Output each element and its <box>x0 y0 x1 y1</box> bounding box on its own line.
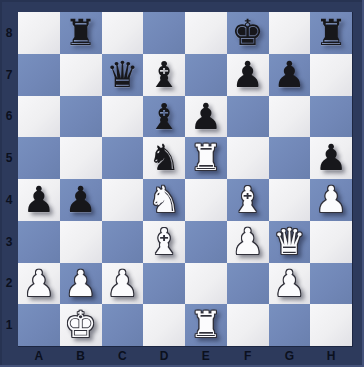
square-g3[interactable]: ♛ <box>269 221 311 263</box>
black-pawn-h5[interactable]: ♟ <box>315 137 347 179</box>
file-label-h: H <box>310 347 352 365</box>
square-e7[interactable] <box>185 54 227 96</box>
black-bishop-d6[interactable]: ♝ <box>148 96 180 138</box>
white-queen-g3[interactable]: ♛ <box>273 221 305 263</box>
square-a3[interactable] <box>18 221 60 263</box>
square-g6[interactable] <box>269 96 311 138</box>
square-h5[interactable]: ♟ <box>310 137 352 179</box>
square-b4[interactable]: ♟ <box>60 179 102 221</box>
square-f3[interactable]: ♟ <box>227 221 269 263</box>
square-c7[interactable]: ♛ <box>102 54 144 96</box>
white-bishop-f4[interactable]: ♝ <box>231 179 263 221</box>
file-label-g: G <box>269 347 311 365</box>
rank-label-6: 6 <box>0 96 18 138</box>
white-pawn-a2[interactable]: ♟ <box>23 263 55 305</box>
black-pawn-g7[interactable]: ♟ <box>273 54 305 96</box>
square-c5[interactable] <box>102 137 144 179</box>
square-a4[interactable]: ♟ <box>18 179 60 221</box>
square-b8[interactable]: ♜ <box>60 12 102 54</box>
white-king-b1[interactable]: ♚ <box>64 304 96 346</box>
square-h7[interactable] <box>310 54 352 96</box>
square-b3[interactable] <box>60 221 102 263</box>
square-d8[interactable] <box>143 12 185 54</box>
square-g1[interactable] <box>269 304 311 346</box>
white-rook-e1[interactable]: ♜ <box>190 304 222 346</box>
file-label-d: D <box>143 347 185 365</box>
square-c3[interactable] <box>102 221 144 263</box>
rank-label-8: 8 <box>0 12 18 54</box>
square-h8[interactable]: ♜ <box>310 12 352 54</box>
square-h2[interactable] <box>310 263 352 305</box>
square-f7[interactable]: ♟ <box>227 54 269 96</box>
rank-label-7: 7 <box>0 54 18 96</box>
black-pawn-b4[interactable]: ♟ <box>64 179 96 221</box>
square-c4[interactable] <box>102 179 144 221</box>
square-a2[interactable]: ♟ <box>18 263 60 305</box>
square-f5[interactable] <box>227 137 269 179</box>
black-pawn-f7[interactable]: ♟ <box>231 54 263 96</box>
square-c8[interactable] <box>102 12 144 54</box>
square-b1[interactable]: ♚ <box>60 304 102 346</box>
square-d3[interactable]: ♝ <box>143 221 185 263</box>
rank-label-1: 1 <box>0 304 18 346</box>
square-a5[interactable] <box>18 137 60 179</box>
square-b6[interactable] <box>60 96 102 138</box>
file-label-b: B <box>60 347 102 365</box>
chess-diagram: ♜♚♜♛♝♟♟♝♟♞♜♟♟♟♞♝♟♝♟♛♟♟♟♟♚♜ 87654321 ABCD… <box>0 0 364 367</box>
square-d2[interactable] <box>143 263 185 305</box>
square-e2[interactable] <box>185 263 227 305</box>
square-e6[interactable]: ♟ <box>185 96 227 138</box>
square-c2[interactable]: ♟ <box>102 263 144 305</box>
square-f6[interactable] <box>227 96 269 138</box>
chess-board: ♜♚♜♛♝♟♟♝♟♞♜♟♟♟♞♝♟♝♟♛♟♟♟♟♚♜ <box>18 12 353 347</box>
square-g4[interactable] <box>269 179 311 221</box>
square-c6[interactable] <box>102 96 144 138</box>
square-e5[interactable]: ♜ <box>185 137 227 179</box>
white-pawn-c2[interactable]: ♟ <box>106 263 138 305</box>
rank-label-4: 4 <box>0 179 18 221</box>
rank-label-3: 3 <box>0 221 18 263</box>
white-pawn-f3[interactable]: ♟ <box>231 221 263 263</box>
square-d5[interactable]: ♞ <box>143 137 185 179</box>
file-label-e: E <box>185 347 227 365</box>
square-g7[interactable]: ♟ <box>269 54 311 96</box>
square-f4[interactable]: ♝ <box>227 179 269 221</box>
square-a8[interactable] <box>18 12 60 54</box>
square-a6[interactable] <box>18 96 60 138</box>
white-pawn-h4[interactable]: ♟ <box>315 179 347 221</box>
black-king-f8[interactable]: ♚ <box>231 12 263 54</box>
square-b2[interactable]: ♟ <box>60 263 102 305</box>
square-f2[interactable] <box>227 263 269 305</box>
square-c1[interactable] <box>102 304 144 346</box>
square-e1[interactable]: ♜ <box>185 304 227 346</box>
square-g2[interactable]: ♟ <box>269 263 311 305</box>
square-e3[interactable] <box>185 221 227 263</box>
square-b5[interactable] <box>60 137 102 179</box>
square-d6[interactable]: ♝ <box>143 96 185 138</box>
square-d7[interactable]: ♝ <box>143 54 185 96</box>
white-pawn-g2[interactable]: ♟ <box>273 263 305 305</box>
black-rook-b8[interactable]: ♜ <box>64 12 96 54</box>
square-e8[interactable] <box>185 12 227 54</box>
square-a1[interactable] <box>18 304 60 346</box>
square-g5[interactable] <box>269 137 311 179</box>
square-h4[interactable]: ♟ <box>310 179 352 221</box>
white-pawn-b2[interactable]: ♟ <box>64 263 96 305</box>
black-pawn-e6[interactable]: ♟ <box>190 96 222 138</box>
square-h1[interactable] <box>310 304 352 346</box>
square-f8[interactable]: ♚ <box>227 12 269 54</box>
black-pawn-a4[interactable]: ♟ <box>23 179 55 221</box>
square-d4[interactable]: ♞ <box>143 179 185 221</box>
rank-label-5: 5 <box>0 137 18 179</box>
square-h6[interactable] <box>310 96 352 138</box>
black-knight-d5[interactable]: ♞ <box>148 137 180 179</box>
square-e4[interactable] <box>185 179 227 221</box>
square-a7[interactable] <box>18 54 60 96</box>
square-f1[interactable] <box>227 304 269 346</box>
file-label-c: C <box>102 347 144 365</box>
white-knight-d4[interactable]: ♞ <box>148 179 180 221</box>
file-label-a: A <box>18 347 60 365</box>
black-queen-c7[interactable]: ♛ <box>106 54 138 96</box>
black-rook-h8[interactable]: ♜ <box>315 12 347 54</box>
square-g8[interactable] <box>269 12 311 54</box>
square-h3[interactable] <box>310 221 352 263</box>
white-bishop-d3[interactable]: ♝ <box>148 221 180 263</box>
white-rook-e5[interactable]: ♜ <box>190 137 222 179</box>
rank-label-2: 2 <box>0 263 18 305</box>
square-d1[interactable] <box>143 304 185 346</box>
square-b7[interactable] <box>60 54 102 96</box>
black-bishop-d7[interactable]: ♝ <box>148 54 180 96</box>
file-label-f: F <box>227 347 269 365</box>
